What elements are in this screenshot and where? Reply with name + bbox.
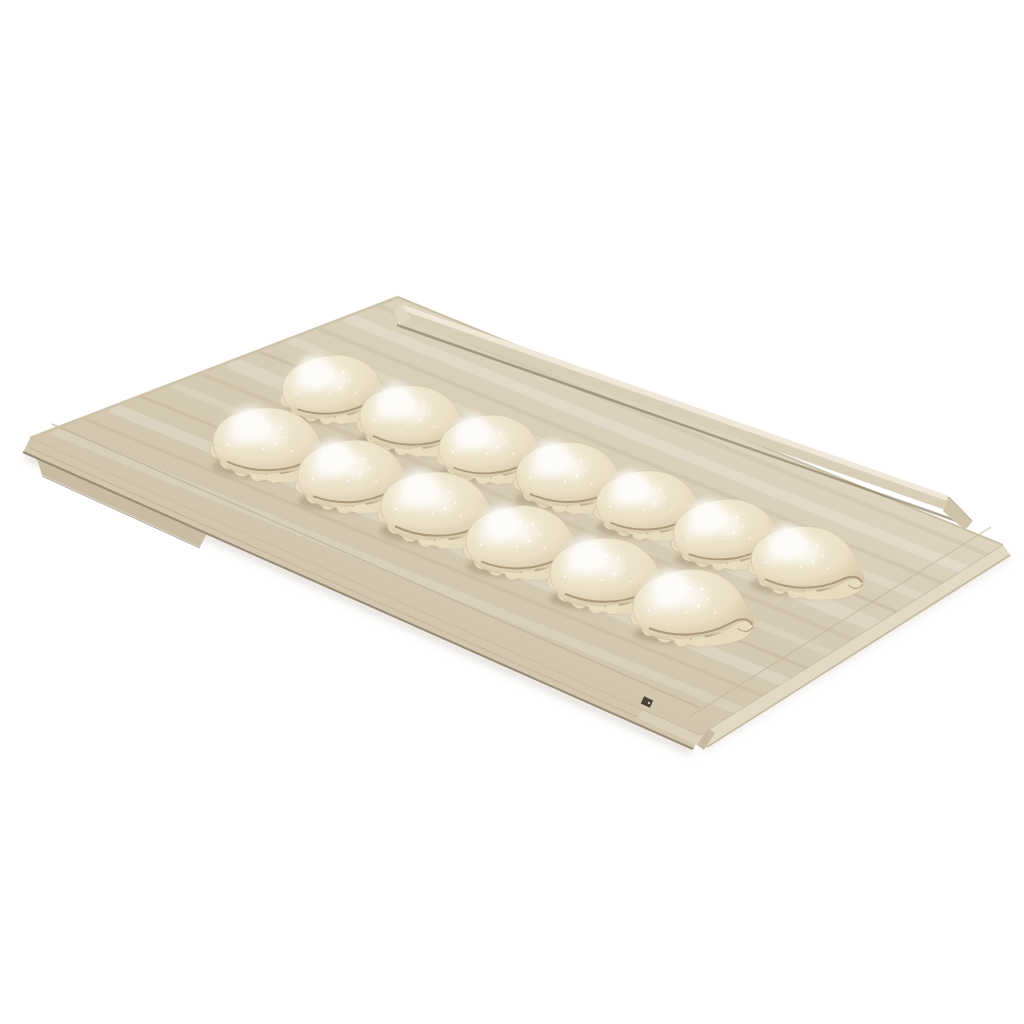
photo-canvas [0, 0, 1024, 1024]
product-photo-pierogi-board [0, 0, 1024, 1024]
